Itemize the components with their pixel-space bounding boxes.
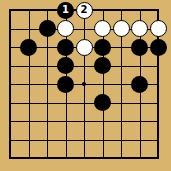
stone-black — [20, 39, 37, 56]
move-number-label: 1 — [62, 5, 69, 15]
stone-white: 2 — [76, 2, 93, 19]
stone-white — [113, 20, 130, 37]
stone-black — [94, 94, 111, 111]
stone-black — [150, 39, 167, 56]
stone-white — [150, 20, 167, 37]
go-diagram: 12 — [0, 0, 171, 171]
stone-black — [57, 76, 74, 93]
stone-white — [131, 20, 148, 37]
stone-black — [131, 39, 148, 56]
stone-black — [57, 57, 74, 74]
star-point — [82, 82, 86, 86]
go-board[interactable]: 12 — [0, 0, 171, 171]
stone-black — [94, 57, 111, 74]
stone-black — [57, 39, 74, 56]
stone-black — [39, 20, 56, 37]
stone-black: 1 — [57, 2, 74, 19]
stone-white — [57, 20, 74, 37]
stone-black — [94, 39, 111, 56]
stone-white — [76, 39, 93, 56]
stone-white — [94, 20, 111, 37]
move-number-label: 2 — [81, 5, 88, 15]
stone-black — [131, 76, 148, 93]
